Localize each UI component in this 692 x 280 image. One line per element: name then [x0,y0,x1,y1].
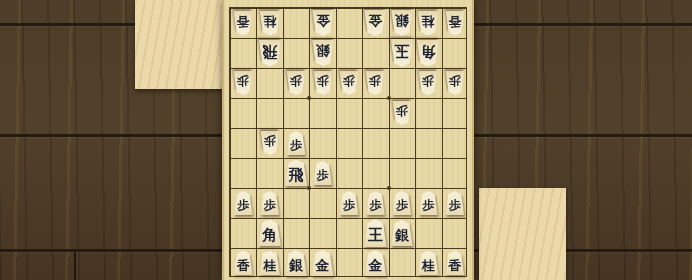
shogi-piece-sente-p[interactable]: 歩 [260,191,280,215]
shogi-piece-gote-p[interactable]: 歩 [365,71,385,95]
cell-8c[interactable] [256,68,282,98]
cell-1b[interactable] [442,38,468,68]
piece-face: 香 [233,251,253,276]
cell-9d[interactable] [230,98,256,128]
piece-face: 歩 [260,191,280,215]
piece-kanji: 歩 [396,199,408,211]
shogi-piece-sente-k[interactable]: 王 [363,219,387,247]
piece-face: 桂 [259,11,281,36]
cell-8d[interactable] [256,98,282,128]
shogi-piece-sente-p[interactable]: 歩 [365,191,385,215]
cell-4e[interactable] [362,128,388,158]
piece-kanji: 歩 [343,75,355,87]
cell-6d[interactable] [309,98,335,128]
cell-7a[interactable] [283,8,309,38]
cell-1f[interactable] [442,158,468,188]
piece-face: 銀 [285,250,308,276]
piece-face: 王 [363,219,387,247]
cell-1d[interactable] [442,98,468,128]
shogi-piece-sente-b[interactable]: 角 [258,220,282,247]
cell-3c[interactable] [389,68,415,98]
piece-face: 飛 [258,40,282,67]
piece-kanji: 銀 [289,258,303,272]
shogi-piece-gote-p[interactable]: 歩 [260,131,280,155]
cell-2h[interactable] [415,218,441,248]
piece-kanji: 香 [237,259,250,272]
piece-kanji: 金 [368,14,382,28]
piece-kanji: 歩 [317,169,329,181]
cell-9e[interactable] [230,128,256,158]
piece-face: 歩 [392,101,412,125]
piece-face: 歩 [365,191,385,215]
cell-7b[interactable] [283,38,309,68]
cell-9f[interactable] [230,158,256,188]
cell-2e[interactable] [415,128,441,158]
cell-7h[interactable] [283,218,309,248]
shogi-board: 香桂金金銀桂香飛銀玉角歩歩歩歩歩歩歩歩歩歩飛歩歩歩歩歩歩歩歩角王銀香桂銀金金桂香 [222,0,474,280]
piece-face: 歩 [339,191,359,215]
piece-kanji: 王 [368,228,383,243]
shogi-piece-gote-s[interactable]: 銀 [311,40,334,66]
piece-kanji: 桂 [263,259,276,272]
cell-7d[interactable] [283,98,309,128]
piece-kanji: 歩 [369,199,381,211]
piece-kanji: 金 [316,14,330,28]
piece-face: 銀 [390,10,413,36]
piece-kanji: 香 [448,15,461,28]
piece-kanji: 歩 [290,139,302,151]
shogi-piece-sente-p[interactable]: 歩 [313,161,333,185]
piece-face: 銀 [311,40,334,66]
piece-face: 香 [445,11,465,36]
piece-face: 歩 [418,71,438,95]
piece-face: 角 [258,220,282,247]
shogi-piece-gote-b[interactable]: 角 [416,40,440,67]
plank-seam [74,252,76,280]
cell-6g[interactable] [309,188,335,218]
shogi-piece-sente-n[interactable]: 桂 [259,251,281,276]
komadai-gote [135,0,222,89]
shogi-piece-sente-p[interactable]: 歩 [445,191,465,215]
piece-kanji: 歩 [422,75,434,87]
cell-8f[interactable] [256,158,282,188]
piece-face: 金 [311,10,334,36]
piece-kanji: 桂 [422,15,435,28]
piece-face: 歩 [392,191,412,215]
piece-face: 歩 [313,161,333,185]
cell-5e[interactable] [336,128,362,158]
piece-face: 香 [445,251,465,276]
piece-kanji: 歩 [290,75,302,87]
shogi-piece-sente-n[interactable]: 桂 [417,251,439,276]
piece-face: 角 [416,40,440,67]
shogi-piece-gote-s[interactable]: 銀 [390,10,413,36]
shogi-piece-gote-k[interactable]: 玉 [390,39,414,67]
piece-kanji: 歩 [449,75,461,87]
piece-face: 銀 [390,220,413,246]
shogi-piece-sente-g[interactable]: 金 [364,250,387,276]
piece-face: 飛 [284,160,308,187]
piece-face: 歩 [286,71,306,95]
piece-face: 金 [311,250,334,276]
shogi-piece-gote-p[interactable]: 歩 [392,101,412,125]
piece-face: 歩 [418,191,438,215]
cell-2d[interactable] [415,98,441,128]
cell-9h[interactable] [230,218,256,248]
shogi-piece-sente-l[interactable]: 香 [233,251,253,276]
shogi-piece-sente-s[interactable]: 銀 [390,220,413,246]
piece-kanji: 歩 [369,75,381,87]
shogi-piece-sente-l[interactable]: 香 [445,251,465,276]
piece-face: 玉 [390,39,414,67]
piece-kanji: 桂 [263,15,276,28]
cell-5d[interactable] [336,98,362,128]
cell-5b[interactable] [336,38,362,68]
shogi-piece-gote-l[interactable]: 香 [445,11,465,36]
piece-kanji: 金 [368,258,382,272]
cell-3i[interactable] [389,248,415,278]
shogi-piece-gote-p[interactable]: 歩 [233,71,253,95]
table-background: 香桂金金銀桂香飛銀玉角歩歩歩歩歩歩歩歩歩歩飛歩歩歩歩歩歩歩歩角王銀香桂銀金金桂香 [0,0,692,280]
cell-5a[interactable] [336,8,362,38]
cell-3e[interactable] [389,128,415,158]
shogi-piece-sente-p[interactable]: 歩 [418,191,438,215]
cell-1h[interactable] [442,218,468,248]
board-grid: 香桂金金銀桂香飛銀玉角歩歩歩歩歩歩歩歩歩歩飛歩歩歩歩歩歩歩歩角王銀香桂銀金金桂香 [229,7,467,277]
piece-face: 歩 [339,71,359,95]
piece-face: 歩 [445,71,465,95]
piece-face: 歩 [233,71,253,95]
shogi-piece-gote-g[interactable]: 金 [364,10,387,36]
shogi-piece-sente-p[interactable]: 歩 [392,191,412,215]
cell-6e[interactable] [309,128,335,158]
shogi-piece-gote-n[interactable]: 桂 [417,11,439,36]
cell-2f[interactable] [415,158,441,188]
piece-kanji: 歩 [449,199,461,211]
piece-kanji: 銀 [395,228,409,242]
piece-kanji: 角 [421,44,436,59]
shogi-piece-gote-n[interactable]: 桂 [259,11,281,36]
piece-kanji: 歩 [396,105,408,117]
piece-face: 歩 [233,191,253,215]
cell-4d[interactable] [362,98,388,128]
shogi-piece-gote-p[interactable]: 歩 [313,71,333,95]
piece-face: 香 [233,11,253,36]
piece-kanji: 歩 [422,199,434,211]
piece-face: 歩 [445,191,465,215]
piece-face: 歩 [313,71,333,95]
piece-kanji: 歩 [264,199,276,211]
cell-7g[interactable] [283,188,309,218]
shogi-piece-sente-p[interactable]: 歩 [233,191,253,215]
piece-face: 桂 [417,11,439,36]
shogi-piece-gote-l[interactable]: 香 [233,11,253,36]
cell-5h[interactable] [336,218,362,248]
cell-6h[interactable] [309,218,335,248]
piece-kanji: 歩 [317,75,329,87]
piece-kanji: 飛 [262,44,277,59]
piece-kanji: 歩 [264,135,276,147]
shogi-piece-gote-p[interactable]: 歩 [445,71,465,95]
shogi-piece-sente-p[interactable]: 歩 [286,131,306,155]
piece-kanji: 玉 [394,44,409,59]
cell-9b[interactable] [230,38,256,68]
shogi-piece-sente-g[interactable]: 金 [311,250,334,276]
piece-face: 金 [364,250,387,276]
shogi-piece-gote-g[interactable]: 金 [311,10,334,36]
cell-4b[interactable] [362,38,388,68]
shogi-piece-gote-r[interactable]: 飛 [258,40,282,67]
piece-kanji: 歩 [237,199,249,211]
shogi-piece-sente-s[interactable]: 銀 [285,250,308,276]
shogi-piece-gote-p[interactable]: 歩 [339,71,359,95]
piece-kanji: 歩 [343,199,355,211]
piece-face: 歩 [286,131,306,155]
cell-1e[interactable] [442,128,468,158]
shogi-piece-sente-r[interactable]: 飛 [284,160,308,187]
cell-4f[interactable] [362,158,388,188]
piece-kanji: 香 [448,259,461,272]
piece-face: 歩 [260,131,280,155]
komadai-sente [479,188,566,280]
piece-kanji: 角 [262,228,277,243]
piece-face: 金 [364,10,387,36]
piece-kanji: 金 [316,258,330,272]
piece-kanji: 銀 [395,14,409,28]
shogi-piece-gote-p[interactable]: 歩 [286,71,306,95]
piece-kanji: 香 [237,15,250,28]
cell-5i[interactable] [336,248,362,278]
piece-face: 桂 [259,251,281,276]
piece-kanji: 飛 [289,168,304,183]
cell-5f[interactable] [336,158,362,188]
cell-3f[interactable] [389,158,415,188]
shogi-piece-sente-p[interactable]: 歩 [339,191,359,215]
piece-kanji: 歩 [237,75,249,87]
piece-face: 桂 [417,251,439,276]
shogi-piece-gote-p[interactable]: 歩 [418,71,438,95]
piece-kanji: 桂 [422,259,435,272]
piece-face: 歩 [365,71,385,95]
piece-kanji: 銀 [316,44,330,58]
